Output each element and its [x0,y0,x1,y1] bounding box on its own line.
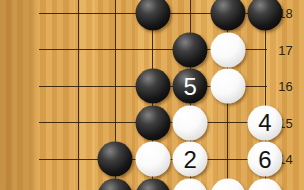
stone-black-Q15 [135,105,170,140]
stone-white-R14: 2 [173,142,208,177]
row-label-17: 17 [278,42,292,57]
stone-white-T15: 4 [248,105,283,140]
stone-black-P14 [98,142,133,177]
stone-black-R16: 5 [173,69,208,104]
go-board: 1817161514 5426 [0,0,304,190]
grid-vline-O [78,0,79,190]
stone-black-R17 [173,32,208,67]
move-number: 4 [258,111,271,135]
stone-white-S16 [210,69,245,104]
stone-black-Q16 [135,69,170,104]
stone-white-S17 [210,32,245,67]
move-number: 2 [184,147,197,171]
move-number: 5 [184,74,197,98]
stone-white-T14: 6 [248,142,283,177]
stone-white-Q14 [135,142,170,177]
move-number: 6 [258,147,271,171]
stone-white-R15 [173,105,208,140]
row-label-16: 16 [278,79,292,94]
